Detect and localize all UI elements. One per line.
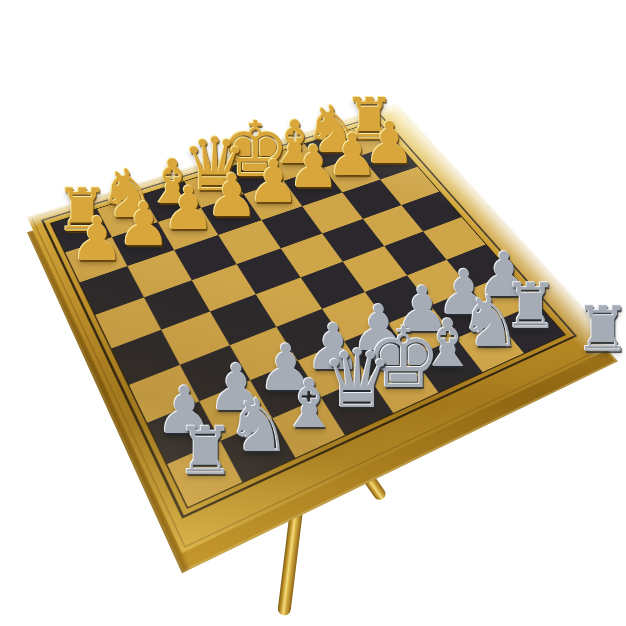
chess-table-photo: ♜♞♝♚♛♝♞♜♟♟♟♟♟♟♟♟♟♟♟♟♟♟♟♟♜♞♝♚♛♝♞♜♜ xyxy=(0,0,626,626)
pieces-layer: ♜♞♝♚♛♝♞♜♟♟♟♟♟♟♟♟♟♟♟♟♟♟♟♟♜♞♝♚♛♝♞♜♜ xyxy=(0,0,626,626)
silver-rook: ♜ xyxy=(176,418,236,484)
silver-knight: ♞ xyxy=(225,388,291,462)
gold-pawn: ♟ xyxy=(117,194,171,254)
silver-rook: ♜ xyxy=(575,298,626,361)
gold-pawn: ♟ xyxy=(70,209,124,270)
